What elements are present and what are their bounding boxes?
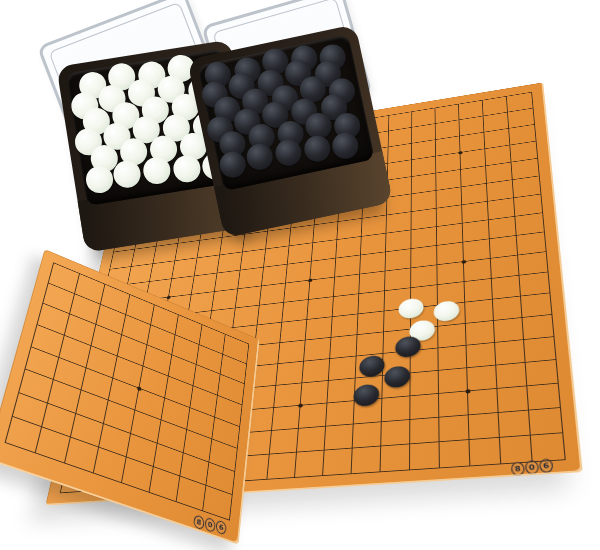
grid-cell [410, 418, 439, 445]
grid-cell [439, 391, 469, 417]
grid-cell [353, 422, 382, 448]
grid-cell [302, 359, 330, 383]
go-set-product-photo: 806 806 [0, 0, 600, 550]
grid-cell [496, 363, 527, 389]
grid-cell [327, 378, 355, 403]
stamp-seal: 6 [539, 458, 554, 473]
stamp-seal: 8 [194, 515, 205, 531]
grid-cell [527, 384, 560, 411]
grid-cell [440, 440, 471, 468]
grid-cell [381, 444, 411, 471]
grid-cell [352, 446, 382, 473]
grid-cell [325, 424, 354, 450]
grid-cell [497, 386, 529, 413]
grid-cell [297, 427, 326, 453]
grid-cell [495, 340, 526, 365]
grid-cell [466, 321, 495, 346]
grid-cell [410, 394, 439, 420]
grid-cell [326, 401, 355, 427]
tray-stone-black [302, 134, 333, 165]
grid-cell [299, 403, 328, 428]
grid-cell [494, 318, 524, 343]
grid-cell [467, 343, 497, 368]
grid-cell [323, 448, 353, 475]
grid-cell [529, 408, 562, 435]
grid-cell [468, 389, 499, 415]
grid-cell [469, 413, 500, 440]
grid-cell [306, 317, 333, 340]
grid-cell [267, 453, 297, 479]
grid-cell [521, 293, 551, 318]
grid-cell [531, 433, 565, 461]
grid-cell [295, 450, 325, 477]
grid-cell [438, 346, 467, 371]
grid-cell [272, 406, 301, 431]
grid-cell [470, 438, 502, 466]
black-stones-tin [187, 24, 393, 238]
grid-cell [499, 410, 531, 437]
grid-cell [410, 442, 440, 469]
grid-cell [500, 436, 533, 464]
stamp-seal: 0 [205, 517, 215, 533]
grid-cell [382, 396, 411, 422]
grid-cell [357, 332, 384, 356]
grid-cell [467, 365, 497, 391]
grid-cell [439, 415, 469, 442]
stamp-seal: 0 [525, 460, 540, 475]
tray-stone-black [217, 149, 248, 180]
grid-cell [465, 299, 494, 323]
stamp-seal: 6 [216, 520, 226, 535]
grid-cell [331, 314, 358, 337]
grid-cell [357, 311, 384, 335]
grid-cell [301, 381, 329, 406]
grid-cell [522, 315, 553, 340]
grid-cell [524, 337, 556, 363]
grid-cell [270, 429, 299, 455]
stamp-seal: 8 [511, 461, 526, 476]
grid-cell [329, 356, 357, 380]
grid-cell [280, 320, 307, 343]
grid-cell [438, 324, 466, 349]
grid-cell [410, 371, 439, 397]
grid-cell [278, 340, 305, 364]
grid-cell [381, 420, 410, 447]
grid-cell [330, 335, 357, 359]
grid-cell [276, 361, 304, 385]
grid-cell [493, 296, 523, 320]
grid-cell [439, 368, 468, 394]
grid-cell [526, 360, 558, 386]
grid-cell [304, 338, 331, 362]
